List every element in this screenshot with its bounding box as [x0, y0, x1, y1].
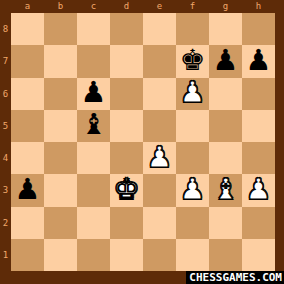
square-h4[interactable]: [242, 142, 275, 174]
file-label-d: d: [110, 0, 143, 13]
square-d6[interactable]: [110, 78, 143, 110]
square-g2[interactable]: [209, 207, 242, 239]
square-d5[interactable]: [110, 110, 143, 142]
square-c6[interactable]: ♟: [77, 78, 110, 110]
square-d3[interactable]: ♚: [110, 174, 143, 206]
square-h3[interactable]: ♟: [242, 174, 275, 206]
square-h6[interactable]: [242, 78, 275, 110]
file-label-f: f: [176, 0, 209, 13]
square-b6[interactable]: [44, 78, 77, 110]
square-a5[interactable]: [11, 110, 44, 142]
black-pawn[interactable]: ♟: [15, 175, 41, 204]
square-c3[interactable]: [77, 174, 110, 206]
square-a2[interactable]: [11, 207, 44, 239]
rank-label-4: 4: [0, 142, 11, 174]
square-g4[interactable]: [209, 142, 242, 174]
square-a7[interactable]: [11, 45, 44, 77]
white-pawn[interactable]: ♟: [180, 78, 206, 107]
white-king[interactable]: ♚: [114, 175, 140, 204]
square-g1[interactable]: [209, 239, 242, 271]
square-g5[interactable]: [209, 110, 242, 142]
square-e3[interactable]: [143, 174, 176, 206]
file-label-g: g: [209, 0, 242, 13]
square-h1[interactable]: [242, 239, 275, 271]
square-d7[interactable]: [110, 45, 143, 77]
square-f6[interactable]: ♟: [176, 78, 209, 110]
square-c4[interactable]: [77, 142, 110, 174]
square-a1[interactable]: [11, 239, 44, 271]
square-e4[interactable]: ♟: [143, 142, 176, 174]
square-c2[interactable]: [77, 207, 110, 239]
square-f7[interactable]: ♚: [176, 45, 209, 77]
rank-label-1: 1: [0, 239, 11, 271]
file-labels: abcdefgh: [11, 0, 275, 13]
file-label-e: e: [143, 0, 176, 13]
square-e8[interactable]: [143, 13, 176, 45]
square-h8[interactable]: [242, 13, 275, 45]
white-bishop[interactable]: ♝: [213, 175, 239, 204]
rank-label-7: 7: [0, 45, 11, 77]
black-bishop[interactable]: ♝: [81, 110, 107, 139]
square-g6[interactable]: [209, 78, 242, 110]
rank-label-5: 5: [0, 110, 11, 142]
square-e2[interactable]: [143, 207, 176, 239]
square-d2[interactable]: [110, 207, 143, 239]
file-label-h: h: [242, 0, 275, 13]
square-b3[interactable]: [44, 174, 77, 206]
black-pawn[interactable]: ♟: [213, 46, 239, 75]
square-d4[interactable]: [110, 142, 143, 174]
square-f2[interactable]: [176, 207, 209, 239]
file-label-b: b: [44, 0, 77, 13]
square-e5[interactable]: [143, 110, 176, 142]
square-b5[interactable]: [44, 110, 77, 142]
square-g7[interactable]: ♟: [209, 45, 242, 77]
square-a6[interactable]: [11, 78, 44, 110]
square-d1[interactable]: [110, 239, 143, 271]
square-h5[interactable]: [242, 110, 275, 142]
square-g8[interactable]: [209, 13, 242, 45]
square-b7[interactable]: [44, 45, 77, 77]
black-pawn[interactable]: ♟: [81, 78, 107, 107]
rank-label-8: 8: [0, 13, 11, 45]
square-f5[interactable]: [176, 110, 209, 142]
square-e6[interactable]: [143, 78, 176, 110]
square-b2[interactable]: [44, 207, 77, 239]
rank-labels: 87654321: [0, 13, 11, 271]
white-pawn[interactable]: ♟: [147, 143, 173, 172]
white-pawn[interactable]: ♟: [246, 175, 272, 204]
white-pawn[interactable]: ♟: [180, 175, 206, 204]
square-a3[interactable]: ♟: [11, 174, 44, 206]
square-h7[interactable]: ♟: [242, 45, 275, 77]
square-d8[interactable]: [110, 13, 143, 45]
file-label-c: c: [77, 0, 110, 13]
site-watermark: CHESSGAMES.COM: [186, 271, 284, 284]
rank-label-3: 3: [0, 174, 11, 206]
square-b8[interactable]: [44, 13, 77, 45]
file-label-a: a: [11, 0, 44, 13]
rank-label-2: 2: [0, 207, 11, 239]
square-a8[interactable]: [11, 13, 44, 45]
square-f1[interactable]: [176, 239, 209, 271]
square-b1[interactable]: [44, 239, 77, 271]
square-b4[interactable]: [44, 142, 77, 174]
square-f3[interactable]: ♟: [176, 174, 209, 206]
rank-label-6: 6: [0, 78, 11, 110]
chess-board: ♚♟♟♟♟♝♟♟♚♟♝♟: [11, 13, 275, 271]
black-king[interactable]: ♚: [180, 46, 206, 75]
square-c7[interactable]: [77, 45, 110, 77]
square-a4[interactable]: [11, 142, 44, 174]
chessboard-frame: abcdefgh 87654321 ♚♟♟♟♟♝♟♟♚♟♝♟ CHESSGAME…: [0, 0, 284, 284]
black-pawn[interactable]: ♟: [246, 46, 272, 75]
square-e1[interactable]: [143, 239, 176, 271]
square-f4[interactable]: [176, 142, 209, 174]
square-f8[interactable]: [176, 13, 209, 45]
square-h2[interactable]: [242, 207, 275, 239]
square-c1[interactable]: [77, 239, 110, 271]
square-g3[interactable]: ♝: [209, 174, 242, 206]
square-e7[interactable]: [143, 45, 176, 77]
square-c5[interactable]: ♝: [77, 110, 110, 142]
square-c8[interactable]: [77, 13, 110, 45]
